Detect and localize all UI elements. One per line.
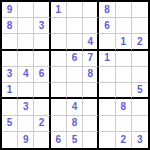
cell-r5c1: 3	[2, 67, 18, 83]
cell-r7c1[interactable]	[2, 99, 18, 115]
cell-r9c9: 3	[132, 132, 148, 148]
cell-r2c6[interactable]	[83, 18, 99, 34]
cell-r3c9: 2	[132, 34, 148, 50]
cell-r6c9: 5	[132, 83, 148, 99]
cell-r3c2[interactable]	[18, 34, 34, 50]
cell-r8c6[interactable]	[83, 116, 99, 132]
cell-r3c6: 4	[83, 34, 99, 50]
cell-r2c1: 8	[2, 18, 18, 34]
cell-r4c3[interactable]	[34, 51, 50, 67]
cell-r6c3[interactable]	[34, 83, 50, 99]
cell-r4c2[interactable]	[18, 51, 34, 67]
cell-r2c4[interactable]	[51, 18, 67, 34]
cell-r1c2[interactable]	[18, 2, 34, 18]
cell-r4c9[interactable]	[132, 51, 148, 67]
cell-r7c2: 3	[18, 99, 34, 115]
cell-r5c6: 8	[83, 67, 99, 83]
cell-r4c1[interactable]	[2, 51, 18, 67]
cell-r6c7[interactable]	[99, 83, 115, 99]
cell-r3c8: 1	[116, 34, 132, 50]
cell-r5c3: 6	[34, 67, 50, 83]
cell-r1c3[interactable]	[34, 2, 50, 18]
cell-r2c2[interactable]	[18, 18, 34, 34]
cell-r6c6[interactable]	[83, 83, 99, 99]
cell-r7c5: 4	[67, 99, 83, 115]
cell-r5c4[interactable]	[51, 67, 67, 83]
cell-r3c3[interactable]	[34, 34, 50, 50]
cell-r8c2[interactable]	[18, 116, 34, 132]
cell-r6c5[interactable]	[67, 83, 83, 99]
cell-r3c4[interactable]	[51, 34, 67, 50]
cell-r2c7: 6	[99, 18, 115, 34]
cell-r5c9[interactable]	[132, 67, 148, 83]
cell-r8c9[interactable]	[132, 116, 148, 132]
cell-r6c1: 1	[2, 83, 18, 99]
cell-r9c1[interactable]	[2, 132, 18, 148]
cell-r5c7[interactable]	[99, 67, 115, 83]
cell-r6c2[interactable]	[18, 83, 34, 99]
cell-r1c8[interactable]	[116, 2, 132, 18]
cell-r3c5[interactable]	[67, 34, 83, 50]
cell-r5c2: 4	[18, 67, 34, 83]
cell-r1c6[interactable]	[83, 2, 99, 18]
cell-r2c3: 3	[34, 18, 50, 34]
cell-r8c3: 2	[34, 116, 50, 132]
cell-r5c5[interactable]	[67, 67, 83, 83]
cell-r1c5[interactable]	[67, 2, 83, 18]
cell-r9c4: 6	[51, 132, 67, 148]
cell-r2c9[interactable]	[132, 18, 148, 34]
cell-r4c8[interactable]	[116, 51, 132, 67]
cell-r3c1[interactable]	[2, 34, 18, 50]
cell-r9c8: 2	[116, 132, 132, 148]
cell-r6c4[interactable]	[51, 83, 67, 99]
cell-r6c8[interactable]	[116, 83, 132, 99]
cell-r8c4[interactable]	[51, 116, 67, 132]
cell-r1c1: 9	[2, 2, 18, 18]
cell-r4c4[interactable]	[51, 51, 67, 67]
cell-r5c8[interactable]	[116, 67, 132, 83]
cell-r8c7[interactable]	[99, 116, 115, 132]
cell-r8c5: 8	[67, 116, 83, 132]
cell-r7c7[interactable]	[99, 99, 115, 115]
cell-r9c3[interactable]	[34, 132, 50, 148]
cell-r1c7: 8	[99, 2, 115, 18]
cell-r1c9[interactable]	[132, 2, 148, 18]
cell-r7c8: 8	[116, 99, 132, 115]
cell-r9c2: 9	[18, 132, 34, 148]
cell-r1c4: 1	[51, 2, 67, 18]
cell-r9c6[interactable]	[83, 132, 99, 148]
cell-r7c6[interactable]	[83, 99, 99, 115]
cell-r7c3[interactable]	[34, 99, 50, 115]
cell-r9c5: 5	[67, 132, 83, 148]
cell-r8c8[interactable]	[116, 116, 132, 132]
cell-r3c7[interactable]	[99, 34, 115, 50]
cell-r2c8[interactable]	[116, 18, 132, 34]
sudoku-board: 91883641267134681534852896523	[0, 0, 150, 150]
cell-r7c9[interactable]	[132, 99, 148, 115]
cell-r7c4[interactable]	[51, 99, 67, 115]
cell-r4c5: 6	[67, 51, 83, 67]
cell-r9c7[interactable]	[99, 132, 115, 148]
cell-r4c7: 1	[99, 51, 115, 67]
cell-r8c1: 5	[2, 116, 18, 132]
cell-r4c6: 7	[83, 51, 99, 67]
cell-r2c5[interactable]	[67, 18, 83, 34]
